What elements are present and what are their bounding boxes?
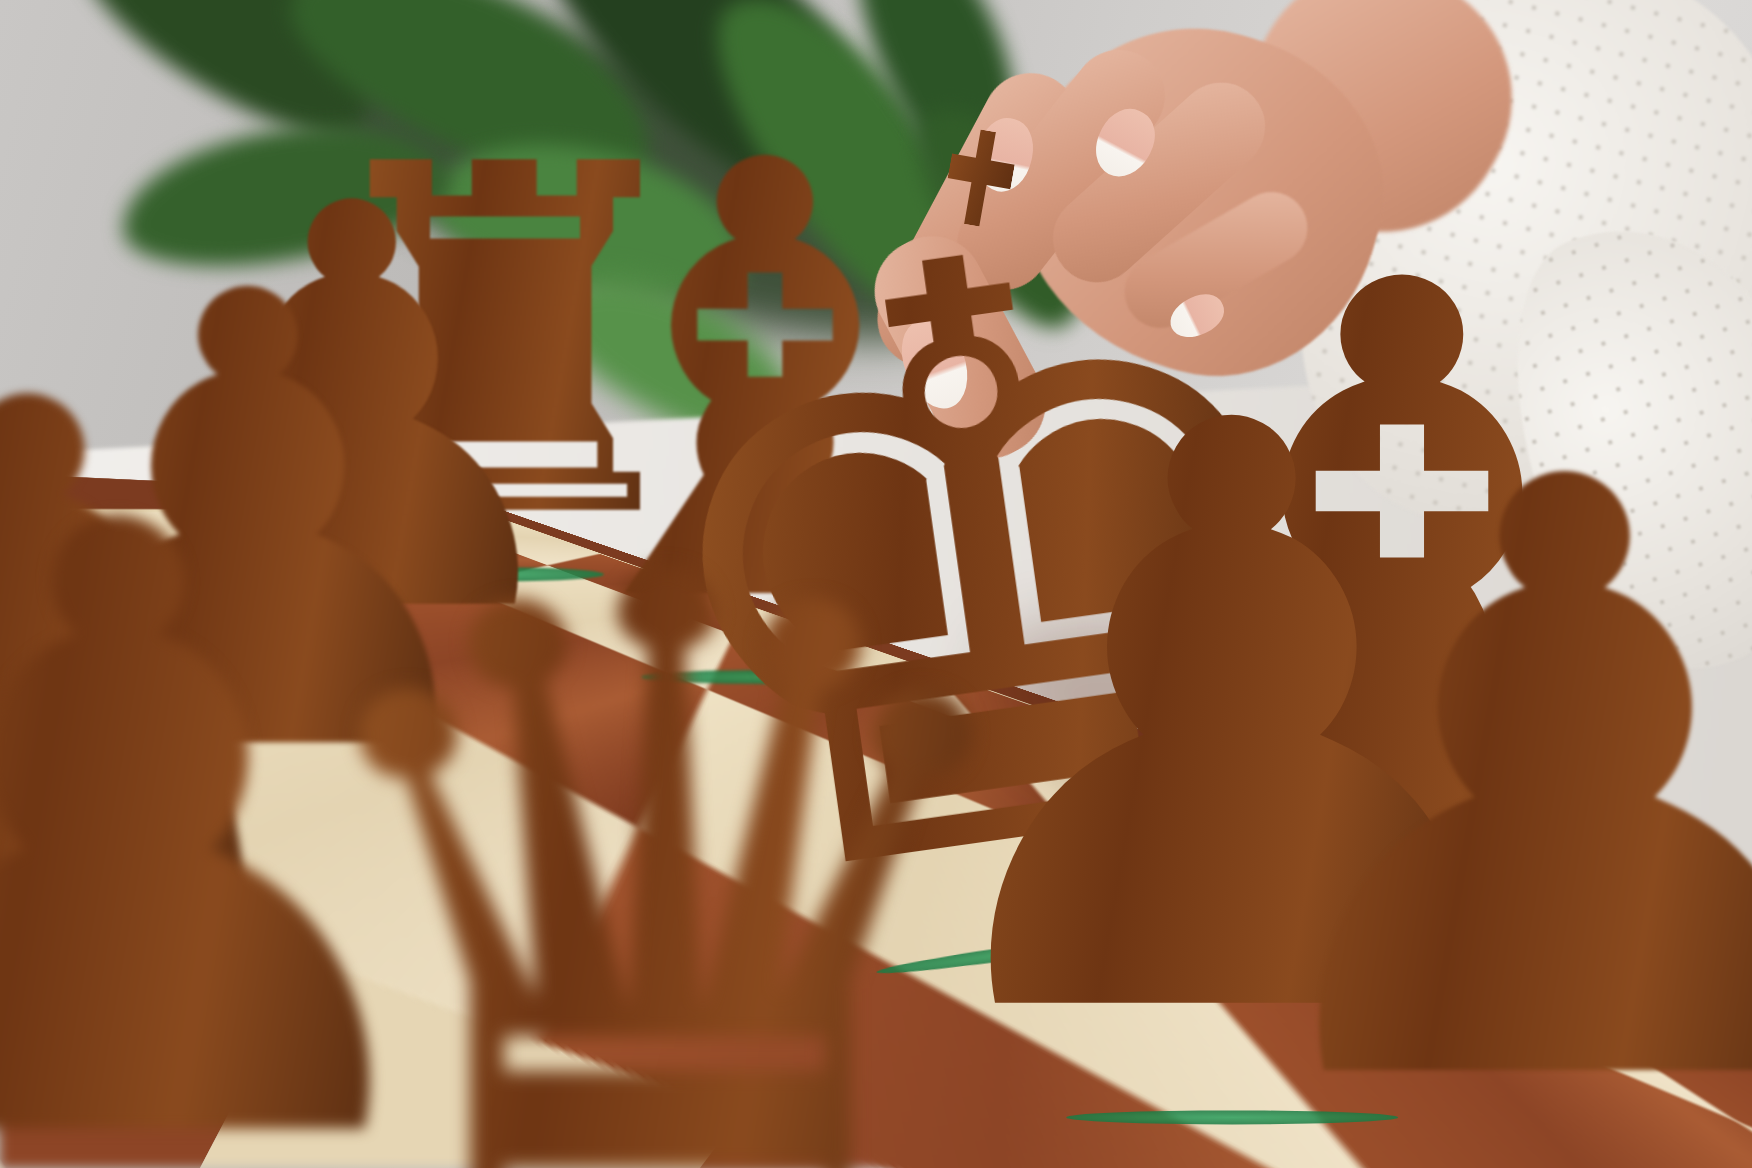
board-square — [0, 0, 36, 32]
photo-scene: E F ♜♝♝♚♟♟♟♟♟♟♛♟ — [0, 0, 1752, 1168]
piece-black-queen: ♛ — [259, 462, 1070, 1168]
